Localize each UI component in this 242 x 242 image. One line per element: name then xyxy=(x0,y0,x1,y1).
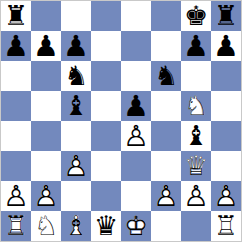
square-d1[interactable]: ♛ xyxy=(91,211,121,241)
square-f4[interactable] xyxy=(151,121,181,151)
white-pawn-glyph: ♙ xyxy=(181,181,211,211)
piece-white-pawn[interactable]: ♟♙ xyxy=(151,181,181,211)
square-d5[interactable] xyxy=(91,91,121,121)
black-bishop-glyph: ♝ xyxy=(61,91,91,121)
piece-black-rook[interactable]: ♜ xyxy=(211,1,241,31)
square-d2[interactable] xyxy=(91,181,121,211)
black-pawn-glyph: ♟ xyxy=(61,31,91,61)
black-pawn-glyph: ♟ xyxy=(211,31,241,61)
square-e4[interactable]: ♟♙ xyxy=(121,121,151,151)
square-d3[interactable] xyxy=(91,151,121,181)
piece-black-pawn[interactable]: ♟ xyxy=(1,31,31,61)
square-c7[interactable]: ♟ xyxy=(61,31,91,61)
white-pawn-glyph: ♙ xyxy=(121,121,151,151)
white-knight-glyph: ♘ xyxy=(31,211,61,241)
black-bishop-glyph: ♝ xyxy=(181,121,211,151)
piece-white-rook[interactable]: ♜♖ xyxy=(211,211,241,241)
white-knight-glyph: ♘ xyxy=(181,91,211,121)
square-a2[interactable]: ♟♙ xyxy=(1,181,31,211)
black-rook-glyph: ♜ xyxy=(1,1,31,31)
square-e8[interactable] xyxy=(121,1,151,31)
square-b2[interactable]: ♟♙ xyxy=(31,181,61,211)
white-queen-glyph: ♕ xyxy=(181,151,211,181)
black-pawn-glyph: ♟ xyxy=(181,31,211,61)
square-b8[interactable] xyxy=(31,1,61,31)
square-e7[interactable] xyxy=(121,31,151,61)
square-g2[interactable]: ♟♙ xyxy=(181,181,211,211)
piece-white-rook[interactable]: ♜♖ xyxy=(1,211,31,241)
square-h6[interactable] xyxy=(211,61,241,91)
square-a4[interactable] xyxy=(1,121,31,151)
square-c6[interactable]: ♞ xyxy=(61,61,91,91)
square-g4[interactable]: ♝ xyxy=(181,121,211,151)
white-pawn-glyph: ♙ xyxy=(211,181,241,211)
square-d4[interactable] xyxy=(91,121,121,151)
black-pawn-glyph: ♟ xyxy=(31,31,61,61)
square-h1[interactable]: ♜♖ xyxy=(211,211,241,241)
black-queen-glyph: ♛ xyxy=(91,211,121,241)
chess-board: ♜♚♜♟♟♟♟♟♞♞♝♟♞♘♟♙♝♟♙♛♕♟♙♟♙♟♙♟♙♟♙♜♖♞♘♝♗♛♚♔… xyxy=(0,0,242,242)
piece-black-knight[interactable]: ♞ xyxy=(61,61,91,91)
piece-white-pawn[interactable]: ♟♙ xyxy=(1,181,31,211)
square-b5[interactable] xyxy=(31,91,61,121)
square-f8[interactable] xyxy=(151,1,181,31)
square-f6[interactable]: ♞ xyxy=(151,61,181,91)
square-g1[interactable] xyxy=(181,211,211,241)
piece-black-bishop[interactable]: ♝ xyxy=(181,121,211,151)
square-a8[interactable]: ♜ xyxy=(1,1,31,31)
square-h5[interactable] xyxy=(211,91,241,121)
piece-black-knight[interactable]: ♞ xyxy=(151,61,181,91)
black-rook-glyph: ♜ xyxy=(211,1,241,31)
square-h3[interactable] xyxy=(211,151,241,181)
square-g7[interactable]: ♟ xyxy=(181,31,211,61)
square-h4[interactable] xyxy=(211,121,241,151)
square-a1[interactable]: ♜♖ xyxy=(1,211,31,241)
white-rook-glyph: ♖ xyxy=(211,211,241,241)
piece-white-pawn[interactable]: ♟♙ xyxy=(61,151,91,181)
square-d8[interactable] xyxy=(91,1,121,31)
white-pawn-glyph: ♙ xyxy=(31,181,61,211)
piece-white-knight[interactable]: ♞♘ xyxy=(31,211,61,241)
black-king-glyph: ♚ xyxy=(181,1,211,31)
piece-black-pawn[interactable]: ♟ xyxy=(181,31,211,61)
square-a7[interactable]: ♟ xyxy=(1,31,31,61)
square-f7[interactable] xyxy=(151,31,181,61)
black-knight-glyph: ♞ xyxy=(61,61,91,91)
piece-white-knight[interactable]: ♞♘ xyxy=(181,91,211,121)
white-pawn-glyph: ♙ xyxy=(151,181,181,211)
square-d7[interactable] xyxy=(91,31,121,61)
piece-black-pawn[interactable]: ♟ xyxy=(211,31,241,61)
piece-white-queen[interactable]: ♛♕ xyxy=(181,151,211,181)
piece-white-king[interactable]: ♚♔ xyxy=(121,211,151,241)
square-c2[interactable] xyxy=(61,181,91,211)
white-pawn-glyph: ♙ xyxy=(61,151,91,181)
square-h2[interactable]: ♟♙ xyxy=(211,181,241,211)
piece-white-pawn[interactable]: ♟♙ xyxy=(181,181,211,211)
square-f1[interactable] xyxy=(151,211,181,241)
white-king-glyph: ♔ xyxy=(121,211,151,241)
piece-black-queen[interactable]: ♛ xyxy=(91,211,121,241)
square-g3[interactable]: ♛♕ xyxy=(181,151,211,181)
piece-white-pawn[interactable]: ♟♙ xyxy=(121,121,151,151)
square-f2[interactable]: ♟♙ xyxy=(151,181,181,211)
white-rook-glyph: ♖ xyxy=(1,211,31,241)
piece-black-pawn[interactable]: ♟ xyxy=(121,91,151,121)
piece-black-bishop[interactable]: ♝ xyxy=(61,91,91,121)
square-b1[interactable]: ♞♘ xyxy=(31,211,61,241)
piece-white-pawn[interactable]: ♟♙ xyxy=(211,181,241,211)
square-f5[interactable] xyxy=(151,91,181,121)
square-g8[interactable]: ♚ xyxy=(181,1,211,31)
black-pawn-glyph: ♟ xyxy=(121,91,151,121)
square-g5[interactable]: ♞♘ xyxy=(181,91,211,121)
square-e5[interactable]: ♟ xyxy=(121,91,151,121)
square-c1[interactable]: ♝♗ xyxy=(61,211,91,241)
piece-white-pawn[interactable]: ♟♙ xyxy=(31,181,61,211)
square-e1[interactable]: ♚♔ xyxy=(121,211,151,241)
square-c8[interactable] xyxy=(61,1,91,31)
piece-black-pawn[interactable]: ♟ xyxy=(31,31,61,61)
square-b4[interactable] xyxy=(31,121,61,151)
square-c4[interactable] xyxy=(61,121,91,151)
square-b3[interactable] xyxy=(31,151,61,181)
square-h8[interactable]: ♜ xyxy=(211,1,241,31)
piece-black-rook[interactable]: ♜ xyxy=(1,1,31,31)
piece-black-pawn[interactable]: ♟ xyxy=(61,31,91,61)
square-b7[interactable]: ♟ xyxy=(31,31,61,61)
black-pawn-glyph: ♟ xyxy=(1,31,31,61)
square-e3[interactable] xyxy=(121,151,151,181)
square-b6[interactable] xyxy=(31,61,61,91)
square-a3[interactable] xyxy=(1,151,31,181)
square-c5[interactable]: ♝ xyxy=(61,91,91,121)
piece-white-bishop[interactable]: ♝♗ xyxy=(61,211,91,241)
black-knight-glyph: ♞ xyxy=(151,61,181,91)
square-h7[interactable]: ♟ xyxy=(211,31,241,61)
square-d6[interactable] xyxy=(91,61,121,91)
square-a6[interactable] xyxy=(1,61,31,91)
square-g6[interactable] xyxy=(181,61,211,91)
square-e6[interactable] xyxy=(121,61,151,91)
square-e2[interactable] xyxy=(121,181,151,211)
white-bishop-glyph: ♗ xyxy=(61,211,91,241)
square-a5[interactable] xyxy=(1,91,31,121)
piece-black-king[interactable]: ♚ xyxy=(181,1,211,31)
square-c3[interactable]: ♟♙ xyxy=(61,151,91,181)
square-f3[interactable] xyxy=(151,151,181,181)
white-pawn-glyph: ♙ xyxy=(1,181,31,211)
